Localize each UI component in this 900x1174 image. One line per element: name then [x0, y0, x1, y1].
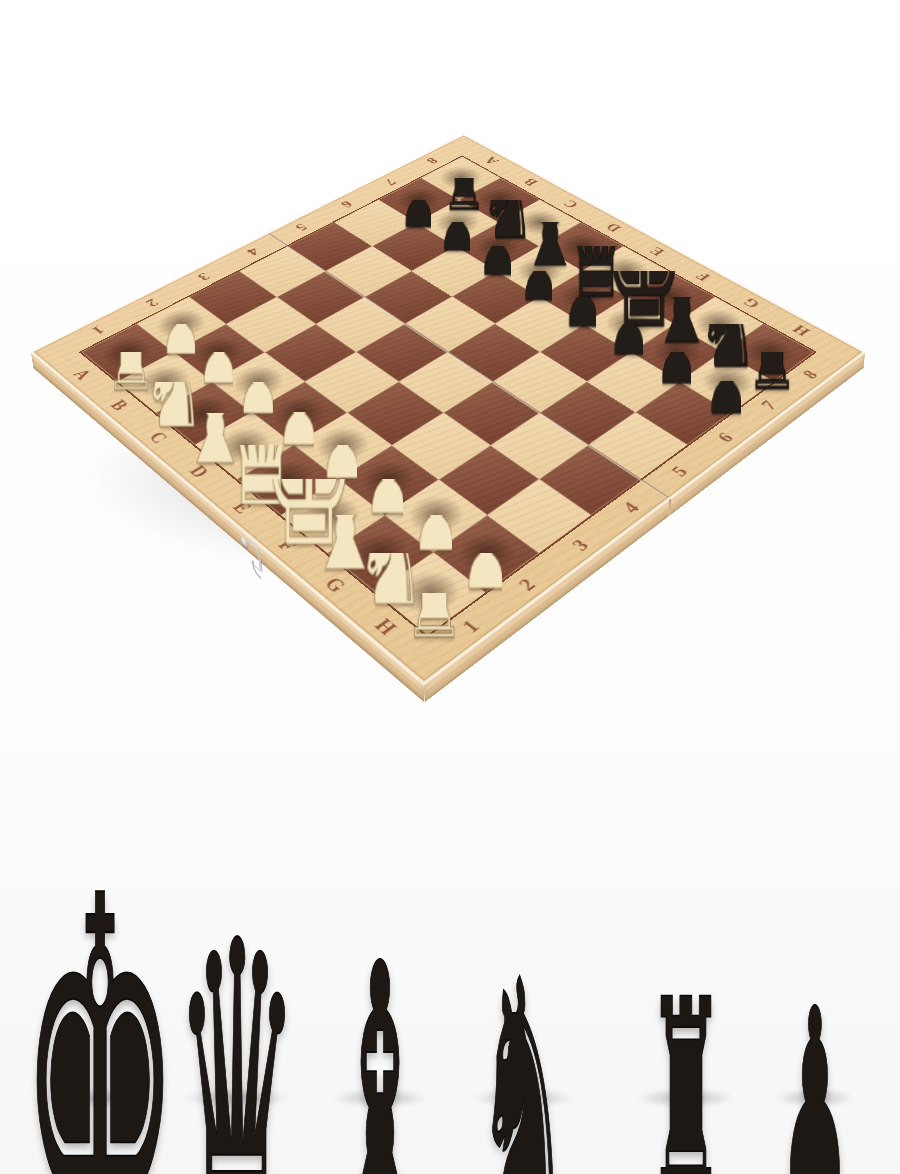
coord-label-5: 5	[667, 463, 692, 480]
coord-label-h: H	[369, 615, 401, 639]
coord-label-6: 6	[713, 430, 738, 446]
coord-label-a: A	[68, 366, 95, 383]
coord-label-d: D	[184, 462, 213, 481]
coord-label-7: 7	[381, 177, 400, 188]
coord-label-1: 1	[457, 617, 484, 638]
coord-label-6: 6	[337, 199, 356, 210]
coord-label-b: B	[105, 397, 132, 414]
coord-label-8: 8	[799, 367, 823, 382]
coord-label-4: 4	[244, 245, 263, 257]
coord-label-g: G	[319, 574, 350, 597]
chess-board: ♜♞♝♛♚♝♞♜♟♟♟♟♟♟♟♟♟♟♟♟♟♟♟♟♜♞♝♛♚♝♞♜ ABCDEFG…	[31, 134, 865, 684]
board-scene: ♜♞♝♛♚♝♞♜♟♟♟♟♟♟♟♟♟♟♟♟♟♟♟♟♜♞♝♛♚♝♞♜ ABCDEFG…	[0, 0, 900, 660]
square-g5	[540, 382, 636, 445]
board-top-face: ♜♞♝♛♚♝♞♜♟♟♟♟♟♟♟♟♟♟♟♟♟♟♟♟♜♞♝♛♚♝♞♜ ABCDEFG…	[31, 134, 865, 684]
coord-label-e: E	[227, 498, 256, 518]
coord-label-2: 2	[514, 575, 540, 595]
coord-label-f: F	[273, 535, 301, 555]
fold-seam-side	[669, 498, 671, 516]
coord-label-c: C	[144, 429, 172, 447]
piece-lineup: ♚♛♝♞♜♟	[0, 674, 900, 1174]
coord-label-4: 4	[619, 499, 644, 517]
coord-label-5: 5	[291, 222, 310, 233]
product-photo: ♜♞♝♛♚♝♞♜♟♟♟♟♟♟♟♟♟♟♟♟♟♟♟♟♜♞♝♛♚♝♞♜ ABCDEFG…	[0, 0, 900, 1174]
clasp-screw	[241, 535, 249, 549]
coord-label-7: 7	[757, 398, 781, 413]
coord-label-3: 3	[568, 536, 594, 555]
